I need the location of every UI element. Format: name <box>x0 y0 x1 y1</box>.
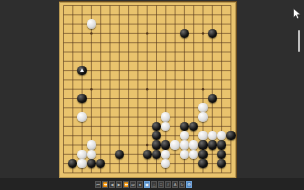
black-stone[interactable] <box>198 150 207 159</box>
black-stone[interactable] <box>180 122 189 131</box>
white-stone[interactable] <box>180 140 189 149</box>
star-point <box>146 88 148 90</box>
black-stone[interactable] <box>152 140 161 149</box>
star-point <box>146 144 148 146</box>
toolbar-button[interactable]: ⏪ <box>102 181 108 188</box>
star-point <box>146 32 148 34</box>
toolbar-button[interactable]: ● <box>137 181 143 188</box>
star-point <box>90 32 92 34</box>
black-stone[interactable] <box>198 140 207 149</box>
toolbar-button[interactable]: ⏭ <box>130 181 136 188</box>
toolbar-button[interactable]: ⏮ <box>95 181 101 188</box>
black-stone[interactable] <box>152 150 161 159</box>
white-stone[interactable] <box>87 150 96 159</box>
navigation-toolbar: ⏮⏪◀▶⏩⏭●▣△□#A↻⚙ <box>95 181 192 188</box>
white-stone[interactable] <box>77 150 86 159</box>
star-point <box>202 88 204 90</box>
toolbar-button[interactable]: ↻ <box>179 181 185 188</box>
black-stone[interactable] <box>208 140 217 149</box>
toolbar-button[interactable]: ◀ <box>109 181 115 188</box>
toolbar-button[interactable]: ▣ <box>144 181 150 188</box>
toolbar-button[interactable]: ⏩ <box>123 181 129 188</box>
white-stone[interactable] <box>87 140 96 149</box>
white-stone[interactable] <box>77 112 86 121</box>
mouse-cursor-icon <box>293 8 302 20</box>
last-move-marker <box>80 68 84 72</box>
black-stone[interactable] <box>143 150 152 159</box>
app-window: ⏮⏪◀▶⏩⏭●▣△□#A↻⚙ <box>0 0 304 190</box>
star-point <box>90 88 92 90</box>
white-stone[interactable] <box>180 150 189 159</box>
go-board[interactable] <box>59 1 237 178</box>
white-stone[interactable] <box>87 19 96 28</box>
black-stone[interactable] <box>226 131 235 140</box>
white-stone[interactable] <box>189 140 198 149</box>
toolbar-button[interactable]: □ <box>158 181 164 188</box>
toolbar-button[interactable]: ⚙ <box>186 181 192 188</box>
white-stone[interactable] <box>170 140 179 149</box>
toolbar-button[interactable]: ▶ <box>116 181 122 188</box>
black-stone[interactable] <box>115 150 124 159</box>
toolbar-button[interactable]: △ <box>151 181 157 188</box>
black-stone[interactable] <box>208 94 217 103</box>
white-stone[interactable] <box>198 131 207 140</box>
toolbar-button[interactable]: # <box>165 181 171 188</box>
toolbar-button[interactable]: A <box>172 181 178 188</box>
white-stone[interactable] <box>198 112 207 121</box>
black-stone[interactable] <box>217 140 226 149</box>
black-stone[interactable] <box>180 29 189 38</box>
black-stone[interactable] <box>77 94 86 103</box>
black-stone[interactable] <box>208 29 217 38</box>
black-stone[interactable] <box>198 159 207 168</box>
star-point <box>202 32 204 34</box>
scrollbar-thumb[interactable] <box>298 30 300 52</box>
white-stone[interactable] <box>77 159 86 168</box>
